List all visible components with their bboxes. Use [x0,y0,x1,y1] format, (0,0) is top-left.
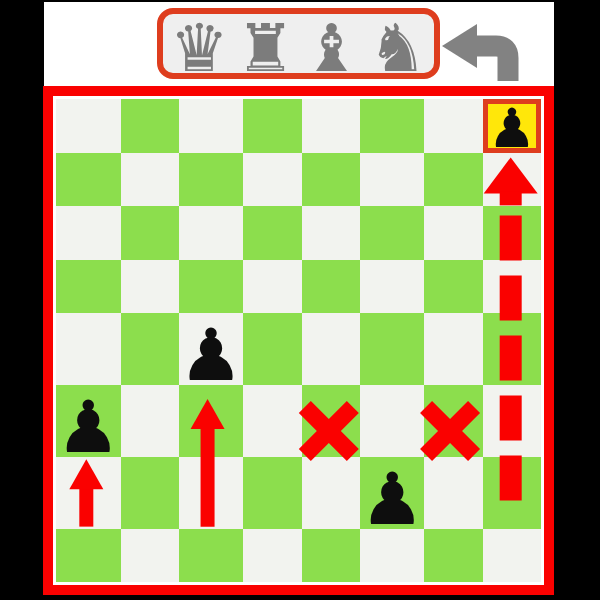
black-pawn-c4: ♟ [179,319,244,391]
square-f4[interactable] [360,313,425,385]
square-g6[interactable] [424,206,482,259]
square-e3[interactable] [302,385,360,457]
square-b8[interactable] [121,99,179,153]
square-f2[interactable]: ♟ [360,457,425,529]
square-b6[interactable] [121,206,179,259]
square-g2[interactable] [424,457,482,529]
square-c6[interactable] [179,206,244,259]
square-d4[interactable] [243,313,301,385]
square-e7[interactable] [302,153,360,206]
square-c1[interactable] [179,529,244,582]
square-f5[interactable] [360,260,425,313]
square-d6[interactable] [243,206,301,259]
square-b5[interactable] [121,260,179,313]
square-f7[interactable] [360,153,425,206]
square-c4[interactable]: ♟ [179,313,244,385]
square-g7[interactable] [424,153,482,206]
square-h6[interactable] [483,206,541,259]
square-h2[interactable] [483,457,541,529]
square-g4[interactable] [424,313,482,385]
board-frame: ♟♟♟♟ [43,86,554,595]
square-a3[interactable]: ♟ [56,385,121,457]
square-b4[interactable] [121,313,179,385]
square-h7[interactable] [483,153,541,206]
black-pawn-f2: ♟ [360,463,425,535]
square-a6[interactable] [56,206,121,259]
square-c8[interactable] [179,99,244,153]
square-h4[interactable] [483,313,541,385]
square-h8[interactable]: ♟ [483,99,541,153]
square-g8[interactable] [424,99,482,153]
square-d5[interactable] [243,260,301,313]
chessboard: ♟♟♟♟ [56,99,541,582]
square-d2[interactable] [243,457,301,529]
square-e8[interactable] [302,99,360,153]
square-d1[interactable] [243,529,301,582]
square-a7[interactable] [56,153,121,206]
square-g5[interactable] [424,260,482,313]
square-c7[interactable] [179,153,244,206]
promo-knight-button[interactable]: ♞ [368,20,427,78]
square-f6[interactable] [360,206,425,259]
square-a8[interactable] [56,99,121,153]
square-d3[interactable] [243,385,301,457]
promo-bishop-button[interactable]: ♝ [302,20,361,78]
promo-queen-button[interactable]: ♛ [170,20,229,78]
square-e2[interactable] [302,457,360,529]
square-e4[interactable] [302,313,360,385]
square-h3[interactable] [483,385,541,457]
square-b7[interactable] [121,153,179,206]
square-b1[interactable] [121,529,179,582]
square-f3[interactable] [360,385,425,457]
square-f8[interactable] [360,99,425,153]
square-h1[interactable] [483,529,541,582]
promotion-choice-panel: ♛♜♝♞ [157,8,440,79]
promo-rook-button[interactable]: ♜ [236,20,295,78]
square-c2[interactable] [179,457,244,529]
square-b2[interactable] [121,457,179,529]
square-g3[interactable] [424,385,482,457]
square-d8[interactable] [243,99,301,153]
black-pawn-h8: ♟ [488,102,536,156]
square-e5[interactable] [302,260,360,313]
black-pawn-a3: ♟ [56,391,121,463]
square-a4[interactable] [56,313,121,385]
square-a5[interactable] [56,260,121,313]
square-g1[interactable] [424,529,482,582]
square-b3[interactable] [121,385,179,457]
square-e6[interactable] [302,206,360,259]
square-e1[interactable] [302,529,360,582]
square-d7[interactable] [243,153,301,206]
square-c5[interactable] [179,260,244,313]
square-h5[interactable] [483,260,541,313]
square-a1[interactable] [56,529,121,582]
